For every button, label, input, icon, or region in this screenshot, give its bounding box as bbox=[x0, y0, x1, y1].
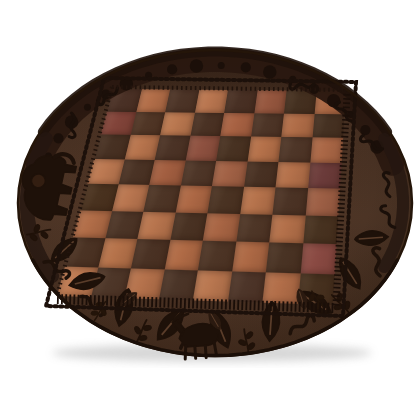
board-square[interactable] bbox=[236, 214, 273, 243]
rim-band-texture bbox=[218, 62, 225, 69]
board-square[interactable] bbox=[158, 269, 197, 301]
board-square[interactable] bbox=[254, 90, 287, 113]
rim-band-texture bbox=[289, 76, 296, 83]
rim-band-texture bbox=[145, 72, 152, 79]
board-square[interactable] bbox=[232, 242, 269, 272]
rim-band-texture bbox=[65, 115, 78, 128]
rim-right-shade bbox=[384, 139, 403, 267]
board-square[interactable] bbox=[276, 162, 310, 188]
board-square[interactable] bbox=[224, 90, 257, 113]
board-square[interactable] bbox=[310, 137, 343, 162]
board-square[interactable] bbox=[143, 185, 180, 212]
board-square[interactable] bbox=[308, 162, 342, 189]
rim-band-texture bbox=[84, 104, 91, 111]
board-square[interactable] bbox=[281, 113, 314, 137]
board-square[interactable] bbox=[278, 137, 312, 162]
board-square[interactable] bbox=[203, 213, 240, 242]
board-square[interactable] bbox=[303, 215, 339, 244]
board-square[interactable] bbox=[185, 136, 220, 161]
board-square[interactable] bbox=[149, 160, 185, 186]
board-square[interactable] bbox=[207, 186, 243, 213]
board-square[interactable] bbox=[180, 160, 216, 186]
vine-scroll-carving bbox=[287, 315, 316, 334]
board-square[interactable] bbox=[314, 91, 346, 114]
board-square[interactable] bbox=[190, 112, 224, 136]
sprig-carving bbox=[236, 328, 257, 355]
board-square[interactable] bbox=[165, 89, 199, 112]
rim-band-texture bbox=[53, 133, 63, 143]
board-square[interactable] bbox=[284, 90, 316, 113]
leaf-carving bbox=[261, 301, 281, 342]
rim-band-texture bbox=[347, 111, 354, 118]
board-square[interactable] bbox=[170, 212, 208, 241]
sprig-carving bbox=[88, 298, 112, 324]
leaf-carving bbox=[205, 307, 236, 351]
board-square[interactable] bbox=[305, 188, 340, 216]
board-square[interactable] bbox=[269, 214, 305, 243]
rim-band-texture bbox=[190, 59, 203, 72]
rim-band-texture bbox=[370, 140, 383, 153]
board-square[interactable] bbox=[266, 242, 303, 272]
board-square[interactable] bbox=[240, 187, 276, 215]
board-photo bbox=[0, 0, 416, 418]
elephant-carving bbox=[15, 147, 79, 224]
board-square[interactable] bbox=[251, 113, 284, 137]
leaf-carving bbox=[354, 230, 389, 247]
board-square[interactable] bbox=[300, 243, 336, 274]
board-square[interactable] bbox=[227, 271, 265, 303]
board-square[interactable] bbox=[244, 161, 279, 187]
board-square[interactable] bbox=[220, 113, 254, 137]
board-square[interactable] bbox=[160, 112, 195, 136]
board-square[interactable] bbox=[247, 136, 281, 161]
rim-band-texture bbox=[241, 62, 251, 72]
leaf-carving bbox=[205, 309, 224, 332]
antelope-carving bbox=[171, 307, 219, 360]
vine-scroll-carving bbox=[180, 333, 208, 348]
board-square[interactable] bbox=[262, 272, 300, 304]
board-square[interactable] bbox=[155, 135, 190, 160]
board-square[interactable] bbox=[312, 114, 344, 138]
board-shadow bbox=[52, 344, 372, 362]
board-square[interactable] bbox=[193, 270, 232, 302]
vine-scroll-carving bbox=[380, 205, 394, 229]
leaf-carving bbox=[334, 254, 367, 293]
sprig-carving bbox=[25, 221, 52, 243]
sprig-carving bbox=[129, 316, 155, 345]
board-square[interactable] bbox=[164, 240, 202, 270]
rim-band-texture bbox=[45, 152, 52, 159]
board-square[interactable] bbox=[175, 185, 212, 212]
board-square[interactable] bbox=[272, 187, 307, 215]
board-square[interactable] bbox=[198, 241, 236, 271]
leaf-carving bbox=[151, 304, 190, 346]
rim-band-texture bbox=[263, 65, 276, 78]
rim-band-texture bbox=[360, 125, 370, 135]
chess-board bbox=[57, 89, 346, 305]
board-square[interactable] bbox=[298, 273, 335, 305]
vine-scroll-carving bbox=[64, 113, 82, 138]
vine-scroll-carving bbox=[368, 247, 386, 276]
board-square[interactable] bbox=[212, 161, 247, 187]
vine-scroll-carving bbox=[359, 132, 382, 157]
board-square[interactable] bbox=[216, 136, 250, 161]
vine-scroll-carving bbox=[379, 172, 395, 197]
board-square[interactable] bbox=[195, 90, 228, 113]
rim-band-texture bbox=[167, 64, 177, 74]
rim-left-shade bbox=[27, 139, 52, 276]
